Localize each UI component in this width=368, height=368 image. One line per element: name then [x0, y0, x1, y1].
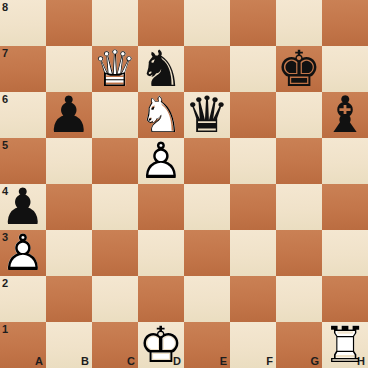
square-a5[interactable]: 5	[0, 138, 46, 184]
square-f8[interactable]	[230, 0, 276, 46]
rook-glyph: ♜	[322, 322, 368, 368]
chess-board: 87♛♕♞♚6♟♞♘♛♝5♟♙4♟3♟♙21ABCD♚♔EFGH♜♖	[0, 0, 368, 368]
square-f2[interactable]	[230, 276, 276, 322]
square-g5[interactable]	[276, 138, 322, 184]
square-g3[interactable]	[276, 230, 322, 276]
pawn-glyph-outline: ♙	[0, 230, 46, 276]
white-pawn[interactable]: ♟♙	[138, 138, 184, 184]
black-king[interactable]: ♚	[276, 46, 322, 92]
square-a7[interactable]: 7	[0, 46, 46, 92]
square-b7[interactable]	[46, 46, 92, 92]
square-b8[interactable]	[46, 0, 92, 46]
rank-label-8: 8	[2, 1, 8, 13]
file-label-e: E	[220, 355, 227, 367]
square-a2[interactable]: 2	[0, 276, 46, 322]
square-d5[interactable]: ♟♙	[138, 138, 184, 184]
queen-glyph-outline: ♕	[92, 46, 138, 92]
square-f3[interactable]	[230, 230, 276, 276]
square-g8[interactable]	[276, 0, 322, 46]
square-d8[interactable]	[138, 0, 184, 46]
square-d1[interactable]: D♚♔	[138, 322, 184, 368]
square-c7[interactable]: ♛♕	[92, 46, 138, 92]
square-e4[interactable]	[184, 184, 230, 230]
white-king[interactable]: ♚♔	[138, 322, 184, 368]
knight-glyph-outline: ♘	[138, 92, 184, 138]
square-b4[interactable]	[46, 184, 92, 230]
square-d3[interactable]	[138, 230, 184, 276]
king-glyph: ♚	[138, 322, 184, 368]
square-d6[interactable]: ♞♘	[138, 92, 184, 138]
square-e5[interactable]	[184, 138, 230, 184]
black-bishop[interactable]: ♝	[322, 92, 368, 138]
square-a6[interactable]: 6	[0, 92, 46, 138]
square-d7[interactable]: ♞	[138, 46, 184, 92]
white-rook[interactable]: ♜♖	[322, 322, 368, 368]
file-label-c: C	[127, 355, 135, 367]
knight-glyph: ♞	[138, 92, 184, 138]
square-h6[interactable]: ♝	[322, 92, 368, 138]
rank-label-5: 5	[2, 139, 8, 151]
file-label-a: A	[35, 355, 43, 367]
square-f7[interactable]	[230, 46, 276, 92]
file-label-f: F	[266, 355, 273, 367]
knight-glyph: ♞	[138, 46, 184, 92]
square-h8[interactable]	[322, 0, 368, 46]
square-f5[interactable]	[230, 138, 276, 184]
square-g1[interactable]: G	[276, 322, 322, 368]
square-h5[interactable]	[322, 138, 368, 184]
square-d4[interactable]	[138, 184, 184, 230]
square-h2[interactable]	[322, 276, 368, 322]
square-e2[interactable]	[184, 276, 230, 322]
square-b3[interactable]	[46, 230, 92, 276]
square-h3[interactable]	[322, 230, 368, 276]
square-a1[interactable]: 1A	[0, 322, 46, 368]
square-e1[interactable]: E	[184, 322, 230, 368]
square-h7[interactable]	[322, 46, 368, 92]
square-a4[interactable]: 4♟	[0, 184, 46, 230]
rank-label-6: 6	[2, 93, 8, 105]
square-e7[interactable]	[184, 46, 230, 92]
square-c3[interactable]	[92, 230, 138, 276]
pawn-glyph: ♟	[138, 138, 184, 184]
square-e3[interactable]	[184, 230, 230, 276]
queen-glyph: ♛	[92, 46, 138, 92]
square-f1[interactable]: F	[230, 322, 276, 368]
square-b2[interactable]	[46, 276, 92, 322]
white-knight[interactable]: ♞♘	[138, 92, 184, 138]
square-b5[interactable]	[46, 138, 92, 184]
square-h1[interactable]: H♜♖	[322, 322, 368, 368]
pawn-glyph: ♟	[0, 230, 46, 276]
pawn-glyph: ♟	[0, 184, 46, 230]
square-e8[interactable]	[184, 0, 230, 46]
king-glyph: ♚	[276, 46, 322, 92]
rank-label-7: 7	[2, 47, 8, 59]
square-c5[interactable]	[92, 138, 138, 184]
square-g4[interactable]	[276, 184, 322, 230]
square-g7[interactable]: ♚	[276, 46, 322, 92]
file-label-b: B	[81, 355, 89, 367]
rank-label-2: 2	[2, 277, 8, 289]
square-a8[interactable]: 8	[0, 0, 46, 46]
black-pawn[interactable]: ♟	[0, 184, 46, 230]
queen-glyph: ♛	[184, 92, 230, 138]
rank-label-1: 1	[2, 323, 8, 335]
black-pawn[interactable]: ♟	[46, 92, 92, 138]
square-g6[interactable]	[276, 92, 322, 138]
square-b1[interactable]: B	[46, 322, 92, 368]
king-glyph-outline: ♔	[138, 322, 184, 368]
square-g2[interactable]	[276, 276, 322, 322]
white-queen[interactable]: ♛♕	[92, 46, 138, 92]
square-c4[interactable]	[92, 184, 138, 230]
square-d2[interactable]	[138, 276, 184, 322]
square-a3[interactable]: 3♟♙	[0, 230, 46, 276]
pawn-glyph-outline: ♙	[138, 138, 184, 184]
black-queen[interactable]: ♛	[184, 92, 230, 138]
square-f4[interactable]	[230, 184, 276, 230]
square-f6[interactable]	[230, 92, 276, 138]
square-c2[interactable]	[92, 276, 138, 322]
square-h4[interactable]	[322, 184, 368, 230]
square-c1[interactable]: C	[92, 322, 138, 368]
square-e6[interactable]: ♛	[184, 92, 230, 138]
square-b6[interactable]: ♟	[46, 92, 92, 138]
pawn-glyph: ♟	[46, 92, 92, 138]
black-knight[interactable]: ♞	[138, 46, 184, 92]
rook-glyph-outline: ♖	[322, 322, 368, 368]
white-pawn[interactable]: ♟♙	[0, 230, 46, 276]
file-label-g: G	[310, 355, 319, 367]
square-c6[interactable]	[92, 92, 138, 138]
square-c8[interactable]	[92, 0, 138, 46]
bishop-glyph: ♝	[322, 92, 368, 138]
